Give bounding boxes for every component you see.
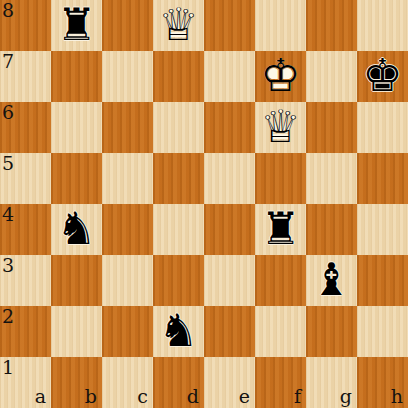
square-d6[interactable]	[153, 102, 204, 153]
square-c8[interactable]	[102, 0, 153, 51]
rank-label-4: 4	[2, 205, 14, 224]
white-king-icon: ♔	[255, 51, 306, 102]
square-e5[interactable]	[204, 153, 255, 204]
square-b5[interactable]	[51, 153, 102, 204]
black-knight-icon: ♞	[51, 204, 102, 255]
file-label-d: d	[187, 387, 199, 406]
square-c3[interactable]	[102, 255, 153, 306]
square-d1[interactable]: d	[153, 357, 204, 408]
square-h5[interactable]	[357, 153, 408, 204]
square-d4[interactable]	[153, 204, 204, 255]
square-c6[interactable]	[102, 102, 153, 153]
black-bishop-g3[interactable]: ♝	[306, 255, 357, 306]
square-e3[interactable]	[204, 255, 255, 306]
square-b3[interactable]	[51, 255, 102, 306]
white-king-f7[interactable]: ♚♔	[255, 51, 306, 102]
square-g3[interactable]: ♝	[306, 255, 357, 306]
square-g5[interactable]	[306, 153, 357, 204]
rank-label-3: 3	[2, 256, 14, 275]
square-d2[interactable]: ♞	[153, 306, 204, 357]
white-queen-icon: ♕	[153, 0, 204, 51]
black-rook-f4[interactable]: ♜	[255, 204, 306, 255]
square-g7[interactable]	[306, 51, 357, 102]
square-b1[interactable]: b	[51, 357, 102, 408]
rank-label-1: 1	[2, 358, 14, 377]
square-f8[interactable]	[255, 0, 306, 51]
square-g2[interactable]	[306, 306, 357, 357]
square-c2[interactable]	[102, 306, 153, 357]
square-g8[interactable]	[306, 0, 357, 51]
square-c1[interactable]: c	[102, 357, 153, 408]
rank-label-8: 8	[2, 1, 14, 20]
file-label-f: f	[294, 387, 301, 406]
black-rook-icon: ♜	[255, 204, 306, 255]
square-h3[interactable]	[357, 255, 408, 306]
square-g4[interactable]	[306, 204, 357, 255]
square-b4[interactable]: ♞	[51, 204, 102, 255]
black-knight-d2[interactable]: ♞	[153, 306, 204, 357]
white-queen-d8[interactable]: ♛♕	[153, 0, 204, 51]
rank-label-7: 7	[2, 52, 14, 71]
square-e2[interactable]	[204, 306, 255, 357]
square-b8[interactable]: ♜	[51, 0, 102, 51]
square-f1[interactable]: f	[255, 357, 306, 408]
square-f4[interactable]: ♜	[255, 204, 306, 255]
square-d8[interactable]: ♛♕	[153, 0, 204, 51]
square-g6[interactable]	[306, 102, 357, 153]
rank-label-2: 2	[2, 307, 14, 326]
square-f7[interactable]: ♚♔	[255, 51, 306, 102]
black-knight-icon: ♞	[153, 306, 204, 357]
square-h1[interactable]: h	[357, 357, 408, 408]
file-label-b: b	[85, 387, 97, 406]
rank-label-5: 5	[2, 154, 14, 173]
square-f2[interactable]	[255, 306, 306, 357]
black-rook-icon: ♜	[51, 0, 102, 51]
square-a4[interactable]: 4	[0, 204, 51, 255]
square-b2[interactable]	[51, 306, 102, 357]
square-h7[interactable]: ♚	[357, 51, 408, 102]
square-d7[interactable]	[153, 51, 204, 102]
black-king-h7[interactable]: ♚	[357, 51, 408, 102]
file-label-h: h	[391, 387, 403, 406]
square-f3[interactable]	[255, 255, 306, 306]
square-a7[interactable]: 7	[0, 51, 51, 102]
square-e7[interactable]	[204, 51, 255, 102]
square-a2[interactable]: 2	[0, 306, 51, 357]
square-h4[interactable]	[357, 204, 408, 255]
rank-label-6: 6	[2, 103, 14, 122]
chess-board: 8♜♛♕7♚♔♚6♛♕54♞♜3♝2♞1abcdefgh	[0, 0, 408, 408]
square-a5[interactable]: 5	[0, 153, 51, 204]
square-e4[interactable]	[204, 204, 255, 255]
file-label-a: a	[35, 387, 46, 406]
square-a1[interactable]: 1a	[0, 357, 51, 408]
square-e8[interactable]	[204, 0, 255, 51]
square-c5[interactable]	[102, 153, 153, 204]
square-f5[interactable]	[255, 153, 306, 204]
square-a8[interactable]: 8	[0, 0, 51, 51]
black-bishop-icon: ♝	[306, 255, 357, 306]
square-b7[interactable]	[51, 51, 102, 102]
black-rook-b8[interactable]: ♜	[51, 0, 102, 51]
black-knight-b4[interactable]: ♞	[51, 204, 102, 255]
square-c4[interactable]	[102, 204, 153, 255]
square-d5[interactable]	[153, 153, 204, 204]
square-a3[interactable]: 3	[0, 255, 51, 306]
square-c7[interactable]	[102, 51, 153, 102]
square-a6[interactable]: 6	[0, 102, 51, 153]
file-label-c: c	[137, 387, 148, 406]
square-h8[interactable]	[357, 0, 408, 51]
square-d3[interactable]	[153, 255, 204, 306]
white-queen-f6[interactable]: ♛♕	[255, 102, 306, 153]
square-f6[interactable]: ♛♕	[255, 102, 306, 153]
black-king-icon: ♚	[357, 51, 408, 102]
file-label-e: e	[239, 387, 250, 406]
square-h6[interactable]	[357, 102, 408, 153]
square-e6[interactable]	[204, 102, 255, 153]
square-g1[interactable]: g	[306, 357, 357, 408]
white-queen-icon: ♕	[255, 102, 306, 153]
square-h2[interactable]	[357, 306, 408, 357]
square-b6[interactable]	[51, 102, 102, 153]
file-label-g: g	[340, 387, 352, 406]
square-e1[interactable]: e	[204, 357, 255, 408]
